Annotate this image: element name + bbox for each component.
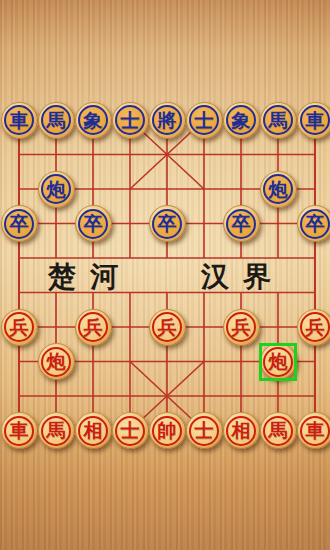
piece-label: 象: [78, 105, 108, 135]
piece-red-elephant[interactable]: 相: [223, 412, 260, 449]
piece-label: 象: [226, 105, 256, 135]
river-label-chu-he: 楚河: [48, 260, 132, 294]
game-screen: 楚河 汉界 車馬象士將士象馬車炮炮卒卒卒卒卒兵兵兵兵兵炮炮車馬相士帥士相馬車: [0, 0, 330, 550]
piece-label: 炮: [41, 347, 71, 377]
piece-black-chariot[interactable]: 車: [1, 102, 38, 139]
piece-label: 士: [189, 416, 219, 446]
piece-red-general[interactable]: 帥: [149, 412, 186, 449]
piece-label: 卒: [226, 209, 256, 239]
piece-black-soldier[interactable]: 卒: [149, 205, 186, 242]
piece-black-general[interactable]: 將: [149, 102, 186, 139]
piece-label: 兵: [78, 312, 108, 342]
piece-label: 車: [4, 416, 34, 446]
piece-label: 車: [300, 105, 330, 135]
piece-black-elephant[interactable]: 象: [75, 102, 112, 139]
piece-label: 卒: [300, 209, 330, 239]
piece-black-chariot[interactable]: 車: [297, 102, 330, 139]
piece-black-soldier[interactable]: 卒: [1, 205, 38, 242]
piece-red-elephant[interactable]: 相: [75, 412, 112, 449]
piece-label: 卒: [78, 209, 108, 239]
piece-black-horse[interactable]: 馬: [260, 102, 297, 139]
piece-black-advisor[interactable]: 士: [186, 102, 223, 139]
piece-red-soldier[interactable]: 兵: [1, 309, 38, 346]
piece-label: 馬: [41, 105, 71, 135]
piece-red-cannon[interactable]: 炮: [38, 343, 75, 380]
piece-red-chariot[interactable]: 車: [1, 412, 38, 449]
piece-label: 帥: [152, 416, 182, 446]
piece-label: 相: [78, 416, 108, 446]
piece-black-cannon[interactable]: 炮: [38, 171, 75, 208]
piece-label: 車: [4, 105, 34, 135]
piece-red-soldier[interactable]: 兵: [297, 309, 330, 346]
piece-label: 炮: [263, 347, 293, 377]
piece-label: 卒: [4, 209, 34, 239]
piece-red-horse[interactable]: 馬: [260, 412, 297, 449]
piece-label: 馬: [263, 105, 293, 135]
piece-label: 炮: [263, 174, 293, 204]
piece-red-soldier[interactable]: 兵: [223, 309, 260, 346]
piece-label: 將: [152, 105, 182, 135]
piece-red-advisor[interactable]: 士: [112, 412, 149, 449]
piece-red-cannon[interactable]: 炮: [260, 343, 297, 380]
piece-red-horse[interactable]: 馬: [38, 412, 75, 449]
piece-black-soldier[interactable]: 卒: [223, 205, 260, 242]
piece-black-advisor[interactable]: 士: [112, 102, 149, 139]
piece-label: 兵: [300, 312, 330, 342]
piece-label: 馬: [263, 416, 293, 446]
piece-label: 士: [115, 416, 145, 446]
piece-label: 士: [115, 105, 145, 135]
piece-label: 兵: [4, 312, 34, 342]
piece-label: 車: [300, 416, 330, 446]
piece-label: 相: [226, 416, 256, 446]
river-label-han-jie: 汉界: [201, 260, 285, 294]
piece-red-soldier[interactable]: 兵: [149, 309, 186, 346]
piece-label: 士: [189, 105, 219, 135]
piece-black-soldier[interactable]: 卒: [75, 205, 112, 242]
piece-label: 馬: [41, 416, 71, 446]
piece-label: 兵: [226, 312, 256, 342]
piece-black-horse[interactable]: 馬: [38, 102, 75, 139]
piece-label: 炮: [41, 174, 71, 204]
piece-label: 卒: [152, 209, 182, 239]
piece-red-advisor[interactable]: 士: [186, 412, 223, 449]
piece-red-chariot[interactable]: 車: [297, 412, 330, 449]
piece-black-soldier[interactable]: 卒: [297, 205, 330, 242]
piece-black-cannon[interactable]: 炮: [260, 171, 297, 208]
piece-black-elephant[interactable]: 象: [223, 102, 260, 139]
piece-label: 兵: [152, 312, 182, 342]
piece-red-soldier[interactable]: 兵: [75, 309, 112, 346]
